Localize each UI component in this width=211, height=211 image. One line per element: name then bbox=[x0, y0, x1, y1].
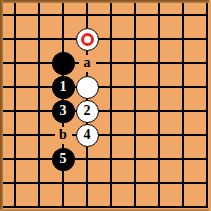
point-label-b: b bbox=[55, 127, 72, 144]
stone-white-circled bbox=[76, 28, 99, 51]
move-number: 4 bbox=[84, 128, 91, 142]
stone-black-plain bbox=[52, 52, 75, 75]
diagram-cut-edge-right bbox=[209, 0, 211, 211]
move-number: 1 bbox=[60, 80, 67, 94]
point-label-a: a bbox=[79, 55, 96, 72]
diagram-cut-edge-bottom bbox=[0, 209, 211, 211]
board-edge-left bbox=[0, 0, 3, 211]
move-number: 5 bbox=[60, 152, 67, 166]
grid-line-vertical bbox=[206, 3, 208, 208]
move-number: 2 bbox=[84, 104, 91, 118]
grid-line-vertical bbox=[38, 3, 40, 208]
circle-mark-icon bbox=[81, 33, 94, 46]
go-board-diagram: ab13245 bbox=[0, 0, 211, 211]
grid-line-vertical bbox=[134, 3, 136, 208]
stone-black-1: 1 bbox=[52, 76, 75, 99]
grid-line-horizontal bbox=[3, 206, 208, 208]
board-edge-top bbox=[0, 0, 211, 3]
grid-line-vertical bbox=[110, 3, 112, 208]
stone-white-2: 2 bbox=[76, 100, 99, 123]
grid-line-horizontal bbox=[3, 182, 208, 184]
grid-line-horizontal bbox=[3, 62, 208, 64]
grid-line-horizontal bbox=[3, 86, 208, 88]
grid-line-horizontal bbox=[3, 110, 208, 112]
grid-line-horizontal bbox=[3, 14, 208, 16]
grid-line-vertical bbox=[158, 3, 160, 208]
stone-black-3: 3 bbox=[52, 100, 75, 123]
stone-white-4: 4 bbox=[76, 124, 99, 147]
grid-line-vertical bbox=[182, 3, 184, 208]
stone-black-5: 5 bbox=[52, 148, 75, 171]
grid-line-horizontal bbox=[3, 158, 208, 160]
grid-line-horizontal bbox=[3, 134, 208, 136]
move-number: 3 bbox=[60, 104, 67, 118]
stone-white-plain bbox=[76, 76, 99, 99]
grid-line-horizontal bbox=[3, 38, 208, 40]
grid-line-vertical bbox=[14, 3, 16, 208]
